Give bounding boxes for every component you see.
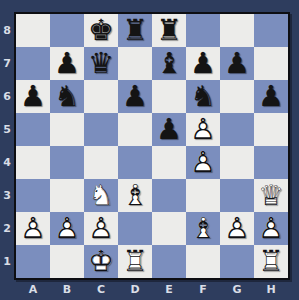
rook-outline-glyph: ♖ <box>118 245 152 278</box>
file-labels: ABCDEFGH <box>16 281 288 298</box>
square-e4[interactable] <box>152 146 186 179</box>
pawn-glyph: ♟ <box>254 80 288 113</box>
piece-black-king[interactable]: ♚ <box>84 14 118 47</box>
square-d3[interactable]: ♝♗ <box>118 179 152 212</box>
square-f5[interactable]: ♟♙ <box>186 113 220 146</box>
knight-outline-glyph: ♘ <box>84 179 118 212</box>
piece-white-knight[interactable]: ♞♘ <box>84 179 118 212</box>
chess-board[interactable]: ♚♜♜♟♛♝♟♟♟♞♟♞♟♟♟♙♟♙♞♘♝♗♛♕♟♙♟♙♟♙♝♗♟♙♟♙♚♔♜♖… <box>16 14 288 278</box>
square-d5[interactable] <box>118 113 152 146</box>
file-label-g: G <box>220 281 254 298</box>
square-h7[interactable] <box>254 47 288 80</box>
square-b4[interactable] <box>50 146 84 179</box>
file-label-d: D <box>118 281 152 298</box>
piece-black-rook[interactable]: ♜ <box>152 14 186 47</box>
square-d7[interactable] <box>118 47 152 80</box>
piece-white-king[interactable]: ♚♔ <box>84 245 118 278</box>
rook-outline-glyph: ♖ <box>254 245 288 278</box>
piece-black-pawn[interactable]: ♟ <box>152 113 186 146</box>
queen-outline-glyph: ♕ <box>254 179 288 212</box>
piece-white-pawn[interactable]: ♟♙ <box>50 212 84 245</box>
square-f3[interactable] <box>186 179 220 212</box>
square-f7[interactable]: ♟ <box>186 47 220 80</box>
square-e7[interactable]: ♝ <box>152 47 186 80</box>
square-a7[interactable] <box>16 47 50 80</box>
square-c8[interactable]: ♚ <box>84 14 118 47</box>
pawn-glyph: ♟ <box>152 113 186 146</box>
knight-glyph: ♞ <box>186 80 220 113</box>
square-h8[interactable] <box>254 14 288 47</box>
bishop-outline-glyph: ♗ <box>186 212 220 245</box>
square-c7[interactable]: ♛ <box>84 47 118 80</box>
square-b5[interactable] <box>50 113 84 146</box>
knight-glyph: ♞ <box>50 80 84 113</box>
square-c1[interactable]: ♚♔ <box>84 245 118 278</box>
square-a6[interactable]: ♟ <box>16 80 50 113</box>
square-c4[interactable] <box>84 146 118 179</box>
rank-label-8: 8 <box>0 14 14 47</box>
file-label-b: B <box>50 281 84 298</box>
square-d4[interactable] <box>118 146 152 179</box>
piece-black-bishop[interactable]: ♝ <box>152 47 186 80</box>
square-e8[interactable]: ♜ <box>152 14 186 47</box>
bishop-glyph: ♝ <box>152 47 186 80</box>
square-c2[interactable]: ♟♙ <box>84 212 118 245</box>
square-d1[interactable]: ♜♖ <box>118 245 152 278</box>
square-c3[interactable]: ♞♘ <box>84 179 118 212</box>
rank-label-2: 2 <box>0 212 14 245</box>
pawn-glyph: ♟ <box>186 47 220 80</box>
square-e1[interactable] <box>152 245 186 278</box>
pawn-outline-glyph: ♙ <box>220 212 254 245</box>
piece-white-pawn[interactable]: ♟♙ <box>254 212 288 245</box>
piece-black-pawn[interactable]: ♟ <box>118 80 152 113</box>
piece-white-pawn[interactable]: ♟♙ <box>186 113 220 146</box>
rank-label-6: 6 <box>0 80 14 113</box>
piece-white-pawn[interactable]: ♟♙ <box>220 212 254 245</box>
square-g6[interactable] <box>220 80 254 113</box>
square-a8[interactable] <box>16 14 50 47</box>
square-h4[interactable] <box>254 146 288 179</box>
square-e3[interactable] <box>152 179 186 212</box>
square-h1[interactable]: ♜♖ <box>254 245 288 278</box>
square-f4[interactable]: ♟♙ <box>186 146 220 179</box>
rank-label-7: 7 <box>0 47 14 80</box>
square-c5[interactable] <box>84 113 118 146</box>
piece-white-pawn[interactable]: ♟♙ <box>84 212 118 245</box>
rank-label-4: 4 <box>0 146 14 179</box>
pawn-glyph: ♟ <box>118 80 152 113</box>
square-d6[interactable]: ♟ <box>118 80 152 113</box>
square-a5[interactable] <box>16 113 50 146</box>
square-b1[interactable] <box>50 245 84 278</box>
square-h3[interactable]: ♛♕ <box>254 179 288 212</box>
pawn-glyph: ♟ <box>16 80 50 113</box>
rank-label-1: 1 <box>0 245 14 278</box>
file-label-a: A <box>16 281 50 298</box>
piece-black-pawn[interactable]: ♟ <box>254 80 288 113</box>
square-e5[interactable]: ♟ <box>152 113 186 146</box>
piece-white-bishop[interactable]: ♝♗ <box>186 212 220 245</box>
file-label-h: H <box>254 281 288 298</box>
board-frame: ♚♜♜♟♛♝♟♟♟♞♟♞♟♟♟♙♟♙♞♘♝♗♛♕♟♙♟♙♟♙♝♗♟♙♟♙♚♔♜♖… <box>14 12 290 280</box>
piece-white-queen[interactable]: ♛♕ <box>254 179 288 212</box>
square-e2[interactable] <box>152 212 186 245</box>
chess-board-app: 87654321 ♚♜♜♟♛♝♟♟♟♞♟♞♟♟♟♙♟♙♞♘♝♗♛♕♟♙♟♙♟♙♝… <box>0 0 299 300</box>
piece-white-rook[interactable]: ♜♖ <box>118 245 152 278</box>
square-a4[interactable] <box>16 146 50 179</box>
bishop-outline-glyph: ♗ <box>118 179 152 212</box>
square-g1[interactable] <box>220 245 254 278</box>
square-b3[interactable] <box>50 179 84 212</box>
pawn-outline-glyph: ♙ <box>84 212 118 245</box>
piece-black-pawn[interactable]: ♟ <box>16 80 50 113</box>
rank-label-3: 3 <box>0 179 14 212</box>
rank-labels: 87654321 <box>0 14 14 278</box>
file-label-f: F <box>186 281 220 298</box>
pawn-outline-glyph: ♙ <box>50 212 84 245</box>
square-d8[interactable]: ♜ <box>118 14 152 47</box>
square-g8[interactable] <box>220 14 254 47</box>
square-d2[interactable] <box>118 212 152 245</box>
piece-black-pawn[interactable]: ♟ <box>220 47 254 80</box>
square-a1[interactable] <box>16 245 50 278</box>
queen-glyph: ♛ <box>84 47 118 80</box>
square-e6[interactable] <box>152 80 186 113</box>
piece-black-pawn[interactable]: ♟ <box>186 47 220 80</box>
king-outline-glyph: ♔ <box>84 245 118 278</box>
pawn-outline-glyph: ♙ <box>186 146 220 179</box>
pawn-glyph: ♟ <box>220 47 254 80</box>
piece-black-pawn[interactable]: ♟ <box>50 47 84 80</box>
piece-black-knight[interactable]: ♞ <box>50 80 84 113</box>
square-b6[interactable]: ♞ <box>50 80 84 113</box>
square-c6[interactable] <box>84 80 118 113</box>
square-h2[interactable]: ♟♙ <box>254 212 288 245</box>
piece-white-pawn[interactable]: ♟♙ <box>186 146 220 179</box>
square-h6[interactable]: ♟ <box>254 80 288 113</box>
pawn-outline-glyph: ♙ <box>186 113 220 146</box>
rook-glyph: ♜ <box>152 14 186 47</box>
rank-label-5: 5 <box>0 113 14 146</box>
file-label-c: C <box>84 281 118 298</box>
square-g7[interactable]: ♟ <box>220 47 254 80</box>
square-f2[interactable]: ♝♗ <box>186 212 220 245</box>
square-g4[interactable] <box>220 146 254 179</box>
square-h5[interactable] <box>254 113 288 146</box>
square-b8[interactable] <box>50 14 84 47</box>
file-label-e: E <box>152 281 186 298</box>
piece-white-rook[interactable]: ♜♖ <box>254 245 288 278</box>
piece-black-queen[interactable]: ♛ <box>84 47 118 80</box>
square-a2[interactable]: ♟♙ <box>16 212 50 245</box>
square-b2[interactable]: ♟♙ <box>50 212 84 245</box>
square-a3[interactable] <box>16 179 50 212</box>
piece-white-bishop[interactable]: ♝♗ <box>118 179 152 212</box>
king-glyph: ♚ <box>84 14 118 47</box>
square-b7[interactable]: ♟ <box>50 47 84 80</box>
square-g5[interactable] <box>220 113 254 146</box>
square-f8[interactable] <box>186 14 220 47</box>
piece-black-knight[interactable]: ♞ <box>186 80 220 113</box>
square-g3[interactable] <box>220 179 254 212</box>
pawn-outline-glyph: ♙ <box>16 212 50 245</box>
pawn-glyph: ♟ <box>50 47 84 80</box>
square-f1[interactable] <box>186 245 220 278</box>
pawn-outline-glyph: ♙ <box>254 212 288 245</box>
rook-glyph: ♜ <box>118 14 152 47</box>
square-g2[interactable]: ♟♙ <box>220 212 254 245</box>
piece-black-rook[interactable]: ♜ <box>118 14 152 47</box>
piece-white-pawn[interactable]: ♟♙ <box>16 212 50 245</box>
square-f6[interactable]: ♞ <box>186 80 220 113</box>
